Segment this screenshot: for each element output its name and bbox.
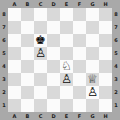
square-b5[interactable] xyxy=(21,47,34,60)
square-a8[interactable] xyxy=(8,8,21,21)
file-label-bottom-g: G xyxy=(86,112,99,120)
square-f1[interactable] xyxy=(73,99,86,112)
square-d5[interactable] xyxy=(47,47,60,60)
file-label-top-g: G xyxy=(86,0,99,8)
square-d8[interactable] xyxy=(47,8,60,21)
board-corner-bottom-right xyxy=(112,112,120,120)
rank-label-left-8: 8 xyxy=(0,8,8,21)
square-d3[interactable] xyxy=(47,73,60,86)
rank-label-left-2: 2 xyxy=(0,86,8,99)
rank-label-left-4: 4 xyxy=(0,60,8,73)
square-c4[interactable] xyxy=(34,60,47,73)
square-d4[interactable] xyxy=(47,60,60,73)
square-g5[interactable] xyxy=(86,47,99,60)
square-a6[interactable] xyxy=(8,34,21,47)
square-a4[interactable] xyxy=(8,60,21,73)
board-corner-top-left xyxy=(0,0,8,8)
rank-label-right-5: 5 xyxy=(112,47,120,60)
square-a3[interactable] xyxy=(8,73,21,86)
file-label-bottom-h: H xyxy=(99,112,112,120)
rank-label-right-2: 2 xyxy=(112,86,120,99)
rank-label-right-6: 6 xyxy=(112,34,120,47)
white-pawn-c5[interactable]: ♙ xyxy=(35,47,46,60)
square-c2[interactable] xyxy=(34,86,47,99)
square-e8[interactable] xyxy=(60,8,73,21)
file-label-top-a: A xyxy=(8,0,21,8)
rank-label-left-3: 3 xyxy=(0,73,8,86)
file-label-top-f: F xyxy=(73,0,86,8)
square-h4[interactable] xyxy=(99,60,112,73)
square-h7[interactable] xyxy=(99,21,112,34)
square-h5[interactable] xyxy=(99,47,112,60)
rank-label-right-4: 4 xyxy=(112,60,120,73)
square-c8[interactable] xyxy=(34,8,47,21)
square-e1[interactable] xyxy=(60,99,73,112)
square-f6[interactable] xyxy=(73,34,86,47)
file-label-top-c: C xyxy=(34,0,47,8)
square-g7[interactable] xyxy=(86,21,99,34)
square-g2[interactable]: ♙ xyxy=(86,86,99,99)
square-a7[interactable] xyxy=(8,21,21,34)
file-label-top-e: E xyxy=(60,0,73,8)
square-d6[interactable] xyxy=(47,34,60,47)
rank-label-right-3: 3 xyxy=(112,73,120,86)
rank-label-left-7: 7 xyxy=(0,21,8,34)
square-f3[interactable] xyxy=(73,73,86,86)
square-g8[interactable] xyxy=(86,8,99,21)
file-label-top-b: B xyxy=(21,0,34,8)
square-c3[interactable] xyxy=(34,73,47,86)
square-a5[interactable] xyxy=(8,47,21,60)
square-b1[interactable] xyxy=(21,99,34,112)
square-c1[interactable] xyxy=(34,99,47,112)
file-label-bottom-f: F xyxy=(73,112,86,120)
square-h1[interactable] xyxy=(99,99,112,112)
square-g6[interactable] xyxy=(86,34,99,47)
square-g1[interactable] xyxy=(86,99,99,112)
white-pawn-g2[interactable]: ♙ xyxy=(87,86,98,99)
square-e7[interactable] xyxy=(60,21,73,34)
file-label-bottom-a: A xyxy=(8,112,21,120)
square-f7[interactable] xyxy=(73,21,86,34)
file-label-bottom-e: E xyxy=(60,112,73,120)
file-label-bottom-b: B xyxy=(21,112,34,120)
square-f2[interactable] xyxy=(73,86,86,99)
square-b6[interactable] xyxy=(21,34,34,47)
rank-label-left-5: 5 xyxy=(0,47,8,60)
square-d1[interactable] xyxy=(47,99,60,112)
square-h6[interactable] xyxy=(99,34,112,47)
square-e6[interactable] xyxy=(60,34,73,47)
rank-label-right-8: 8 xyxy=(112,8,120,21)
square-b2[interactable] xyxy=(21,86,34,99)
square-b4[interactable] xyxy=(21,60,34,73)
square-a1[interactable] xyxy=(8,99,21,112)
square-e3[interactable]: ♙ xyxy=(60,73,73,86)
square-h8[interactable] xyxy=(99,8,112,21)
white-pawn-e3[interactable]: ♙ xyxy=(61,73,72,86)
rank-label-right-7: 7 xyxy=(112,21,120,34)
rank-label-right-1: 1 xyxy=(112,99,120,112)
square-h2[interactable] xyxy=(99,86,112,99)
square-b7[interactable] xyxy=(21,21,34,34)
file-label-top-h: H xyxy=(99,0,112,8)
square-b3[interactable] xyxy=(21,73,34,86)
square-d7[interactable] xyxy=(47,21,60,34)
rank-label-left-1: 1 xyxy=(0,99,8,112)
square-c5[interactable]: ♙ xyxy=(34,47,47,60)
rank-label-left-6: 6 xyxy=(0,34,8,47)
square-e2[interactable] xyxy=(60,86,73,99)
square-d2[interactable] xyxy=(47,86,60,99)
file-label-top-d: D xyxy=(47,0,60,8)
square-f5[interactable] xyxy=(73,47,86,60)
board-corner-top-right xyxy=(112,0,120,8)
square-a2[interactable] xyxy=(8,86,21,99)
square-f8[interactable] xyxy=(73,8,86,21)
square-f4[interactable] xyxy=(73,60,86,73)
square-h3[interactable] xyxy=(99,73,112,86)
file-label-bottom-c: C xyxy=(34,112,47,120)
square-b8[interactable] xyxy=(21,8,34,21)
file-label-bottom-d: D xyxy=(47,112,60,120)
board-corner-bottom-left xyxy=(0,112,8,120)
chess-board-diagram: ABCDEFGH88776♚65♙54♘43♙♕32♙211ABCDEFGH xyxy=(0,0,120,120)
